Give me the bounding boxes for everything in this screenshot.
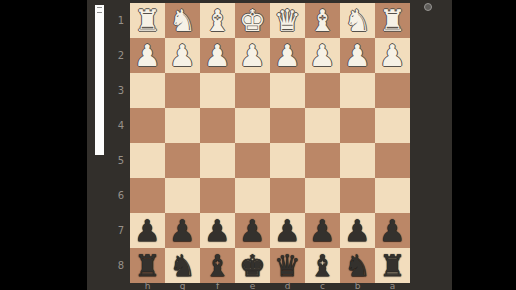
black-pawn-icon[interactable]: ♟ xyxy=(134,216,161,246)
file-label-f: f xyxy=(200,282,235,290)
white-bishop-icon[interactable]: ♝ xyxy=(204,6,231,36)
square-g4[interactable] xyxy=(165,108,200,143)
square-a6[interactable] xyxy=(375,178,410,213)
white-pawn-icon[interactable]: ♟ xyxy=(309,41,336,71)
black-pawn-icon[interactable]: ♟ xyxy=(309,216,336,246)
rank-label-3: 3 xyxy=(106,73,124,108)
file-label-h: h xyxy=(130,282,165,290)
rank-label-6: 6 xyxy=(106,178,124,213)
square-e4[interactable] xyxy=(235,108,270,143)
square-h6[interactable] xyxy=(130,178,165,213)
black-pawn-icon[interactable]: ♟ xyxy=(274,216,301,246)
square-b3[interactable] xyxy=(340,73,375,108)
white-pawn-icon[interactable]: ♟ xyxy=(169,41,196,71)
square-h4[interactable] xyxy=(130,108,165,143)
square-d7[interactable]: ♟ xyxy=(270,213,305,248)
file-labels: hgfedcba xyxy=(130,282,410,290)
square-a1[interactable]: ♜ xyxy=(375,3,410,38)
square-e1[interactable]: ♚ xyxy=(235,3,270,38)
rank-label-5: 5 xyxy=(106,143,124,178)
square-e7[interactable]: ♟ xyxy=(235,213,270,248)
app-background: 12345678 ♜♞♝♚♛♝♞♜♟♟♟♟♟♟♟♟♟♟♟♟♟♟♟♟♜♞♝♚♛♝♞… xyxy=(87,0,452,290)
file-label-a: a xyxy=(375,282,410,290)
file-label-e: e xyxy=(235,282,270,290)
square-h1[interactable]: ♜ xyxy=(130,3,165,38)
rank-label-8: 8 xyxy=(106,248,124,283)
scrollbar-grip-icon xyxy=(97,7,102,13)
square-a8[interactable]: ♜ xyxy=(375,248,410,283)
square-d1[interactable]: ♛ xyxy=(270,3,305,38)
square-f5[interactable] xyxy=(200,143,235,178)
rank-label-2: 2 xyxy=(106,38,124,73)
square-b7[interactable]: ♟ xyxy=(340,213,375,248)
black-knight-icon[interactable]: ♞ xyxy=(344,251,371,281)
white-rook-icon[interactable]: ♜ xyxy=(379,6,406,36)
white-bishop-icon[interactable]: ♝ xyxy=(309,6,336,36)
black-bishop-icon[interactable]: ♝ xyxy=(204,251,231,281)
white-pawn-icon[interactable]: ♟ xyxy=(379,41,406,71)
square-f2[interactable]: ♟ xyxy=(200,38,235,73)
white-pawn-icon[interactable]: ♟ xyxy=(134,41,161,71)
square-f7[interactable]: ♟ xyxy=(200,213,235,248)
square-g1[interactable]: ♞ xyxy=(165,3,200,38)
square-b2[interactable]: ♟ xyxy=(340,38,375,73)
white-queen-icon[interactable]: ♛ xyxy=(274,6,301,36)
square-a4[interactable] xyxy=(375,108,410,143)
black-king-icon[interactable]: ♚ xyxy=(239,251,266,281)
black-rook-icon[interactable]: ♜ xyxy=(379,251,406,281)
square-f4[interactable] xyxy=(200,108,235,143)
square-c2[interactable]: ♟ xyxy=(305,38,340,73)
square-c4[interactable] xyxy=(305,108,340,143)
square-h5[interactable] xyxy=(130,143,165,178)
square-f6[interactable] xyxy=(200,178,235,213)
file-label-c: c xyxy=(305,282,340,290)
square-h7[interactable]: ♟ xyxy=(130,213,165,248)
black-pawn-icon[interactable]: ♟ xyxy=(169,216,196,246)
square-h8[interactable]: ♜ xyxy=(130,248,165,283)
square-a5[interactable] xyxy=(375,143,410,178)
square-g8[interactable]: ♞ xyxy=(165,248,200,283)
file-label-b: b xyxy=(340,282,375,290)
settings-icon[interactable] xyxy=(424,3,432,11)
square-e6[interactable] xyxy=(235,178,270,213)
rank-labels: 12345678 xyxy=(106,3,124,283)
rank-label-4: 4 xyxy=(106,108,124,143)
square-d8[interactable]: ♛ xyxy=(270,248,305,283)
white-pawn-icon[interactable]: ♟ xyxy=(274,41,301,71)
square-a2[interactable]: ♟ xyxy=(375,38,410,73)
chess-board[interactable]: ♜♞♝♚♛♝♞♜♟♟♟♟♟♟♟♟♟♟♟♟♟♟♟♟♜♞♝♚♛♝♞♜ xyxy=(130,3,410,283)
black-knight-icon[interactable]: ♞ xyxy=(169,251,196,281)
square-d6[interactable] xyxy=(270,178,305,213)
square-d5[interactable] xyxy=(270,143,305,178)
white-pawn-icon[interactable]: ♟ xyxy=(204,41,231,71)
black-pawn-icon[interactable]: ♟ xyxy=(204,216,231,246)
square-b5[interactable] xyxy=(340,143,375,178)
square-e3[interactable] xyxy=(235,73,270,108)
square-h3[interactable] xyxy=(130,73,165,108)
square-c5[interactable] xyxy=(305,143,340,178)
square-f8[interactable]: ♝ xyxy=(200,248,235,283)
white-pawn-icon[interactable]: ♟ xyxy=(344,41,371,71)
white-rook-icon[interactable]: ♜ xyxy=(134,6,161,36)
square-c3[interactable] xyxy=(305,73,340,108)
black-pawn-icon[interactable]: ♟ xyxy=(344,216,371,246)
white-knight-icon[interactable]: ♞ xyxy=(344,6,371,36)
square-f3[interactable] xyxy=(200,73,235,108)
square-g3[interactable] xyxy=(165,73,200,108)
square-b1[interactable]: ♞ xyxy=(340,3,375,38)
square-b6[interactable] xyxy=(340,178,375,213)
square-g2[interactable]: ♟ xyxy=(165,38,200,73)
square-e2[interactable]: ♟ xyxy=(235,38,270,73)
square-g6[interactable] xyxy=(165,178,200,213)
square-a3[interactable] xyxy=(375,73,410,108)
square-e8[interactable]: ♚ xyxy=(235,248,270,283)
black-pawn-icon[interactable]: ♟ xyxy=(379,216,406,246)
square-g7[interactable]: ♟ xyxy=(165,213,200,248)
rank-label-7: 7 xyxy=(106,213,124,248)
white-pawn-icon[interactable]: ♟ xyxy=(239,41,266,71)
square-c6[interactable] xyxy=(305,178,340,213)
square-b8[interactable]: ♞ xyxy=(340,248,375,283)
file-label-g: g xyxy=(165,282,200,290)
square-c7[interactable]: ♟ xyxy=(305,213,340,248)
rank-label-1: 1 xyxy=(106,3,124,38)
white-knight-icon[interactable]: ♞ xyxy=(169,6,196,36)
square-f1[interactable]: ♝ xyxy=(200,3,235,38)
square-a7[interactable]: ♟ xyxy=(375,213,410,248)
black-pawn-icon[interactable]: ♟ xyxy=(239,216,266,246)
black-rook-icon[interactable]: ♜ xyxy=(134,251,161,281)
file-label-d: d xyxy=(270,282,305,290)
square-c8[interactable]: ♝ xyxy=(305,248,340,283)
square-b4[interactable] xyxy=(340,108,375,143)
black-bishop-icon[interactable]: ♝ xyxy=(309,251,336,281)
square-h2[interactable]: ♟ xyxy=(130,38,165,73)
square-c1[interactable]: ♝ xyxy=(305,3,340,38)
scrollbar[interactable] xyxy=(95,5,104,155)
square-e5[interactable] xyxy=(235,143,270,178)
black-queen-icon[interactable]: ♛ xyxy=(274,251,301,281)
square-d2[interactable]: ♟ xyxy=(270,38,305,73)
square-d3[interactable] xyxy=(270,73,305,108)
square-d4[interactable] xyxy=(270,108,305,143)
square-g5[interactable] xyxy=(165,143,200,178)
white-king-icon[interactable]: ♚ xyxy=(239,6,266,36)
